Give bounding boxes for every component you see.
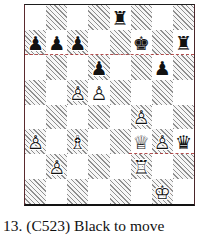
square-e8: ♜ xyxy=(110,5,131,30)
square-a8 xyxy=(25,5,46,30)
square-f1 xyxy=(131,179,152,204)
diagram-caption: 13. (C523) Black to move xyxy=(3,217,201,235)
square-c3: ♗ xyxy=(67,129,88,154)
square-d2 xyxy=(88,154,109,179)
square-d4 xyxy=(88,105,109,130)
square-c6 xyxy=(67,55,88,80)
square-b3 xyxy=(46,129,67,154)
square-f7: ♚ xyxy=(131,30,152,55)
square-h6 xyxy=(173,55,194,80)
square-a6 xyxy=(25,55,46,80)
square-a7: ♟ xyxy=(25,30,46,55)
square-h7: ♜ xyxy=(173,30,194,55)
square-d7 xyxy=(88,30,109,55)
square-f8 xyxy=(131,5,152,30)
square-d5: ♙ xyxy=(88,80,109,105)
square-b7: ♟ xyxy=(46,30,67,55)
square-f4: ♙ xyxy=(131,105,152,130)
piece-white-pawn-g3: ♙ xyxy=(154,131,171,152)
square-c1 xyxy=(67,179,88,204)
piece-white-pawn-a3: ♙ xyxy=(27,131,44,152)
square-f5 xyxy=(131,80,152,105)
square-g2 xyxy=(152,154,173,179)
piece-black-pawn-c7: ♟ xyxy=(69,32,86,53)
square-c8 xyxy=(67,5,88,30)
square-e4 xyxy=(110,105,131,130)
square-h8 xyxy=(173,5,194,30)
square-f3: ♕ xyxy=(131,129,152,154)
square-e2 xyxy=(110,154,131,179)
square-f6 xyxy=(131,55,152,80)
square-g6: ♟ xyxy=(152,55,173,80)
piece-white-bishop-c3: ♗ xyxy=(69,131,86,152)
square-h3: ♛ xyxy=(173,129,194,154)
piece-black-queen-h3: ♛ xyxy=(175,131,192,152)
square-h4 xyxy=(173,105,194,130)
square-d6: ♟ xyxy=(88,55,109,80)
piece-black-pawn-g6: ♟ xyxy=(154,57,171,78)
piece-white-rook-f2: ♖ xyxy=(133,156,150,177)
square-d1 xyxy=(88,179,109,204)
square-f2: ♖ xyxy=(131,154,152,179)
piece-white-pawn-d5: ♙ xyxy=(90,82,107,103)
square-e6 xyxy=(110,55,131,80)
piece-white-king-g1: ♔ xyxy=(154,181,171,202)
square-e1 xyxy=(110,179,131,204)
chess-board: ♜♟♟♟♚♜♟♟♙♙♙♙♗♕♙♛♙♖♔ xyxy=(25,5,194,204)
piece-white-queen-f3: ♕ xyxy=(133,131,150,152)
piece-white-pawn-b2: ♙ xyxy=(48,156,65,177)
piece-black-rook-h7: ♜ xyxy=(175,32,192,53)
piece-black-pawn-d6: ♟ xyxy=(90,57,107,78)
square-d8 xyxy=(88,5,109,30)
square-g4 xyxy=(152,105,173,130)
square-h1 xyxy=(173,179,194,204)
square-g7 xyxy=(152,30,173,55)
square-e5 xyxy=(110,80,131,105)
square-d3 xyxy=(88,129,109,154)
square-c2 xyxy=(67,154,88,179)
piece-white-pawn-f4: ♙ xyxy=(133,106,150,127)
square-a1 xyxy=(25,179,46,204)
piece-white-pawn-c5: ♙ xyxy=(69,82,86,103)
square-g1: ♔ xyxy=(152,179,173,204)
square-b5 xyxy=(46,80,67,105)
square-e3 xyxy=(110,129,131,154)
square-g3: ♙ xyxy=(152,129,173,154)
square-c5: ♙ xyxy=(67,80,88,105)
square-g8 xyxy=(152,5,173,30)
square-a5 xyxy=(25,80,46,105)
piece-black-pawn-a7: ♟ xyxy=(27,32,44,53)
square-h2 xyxy=(173,154,194,179)
square-h5 xyxy=(173,80,194,105)
square-b1 xyxy=(46,179,67,204)
piece-black-king-f7: ♚ xyxy=(133,32,150,53)
square-a3: ♙ xyxy=(25,129,46,154)
square-b6 xyxy=(46,55,67,80)
square-c4 xyxy=(67,105,88,130)
square-a2 xyxy=(25,154,46,179)
square-b4 xyxy=(46,105,67,130)
piece-black-pawn-b7: ♟ xyxy=(48,32,65,53)
square-c7: ♟ xyxy=(67,30,88,55)
square-b8 xyxy=(46,5,67,30)
square-a4 xyxy=(25,105,46,130)
square-e7 xyxy=(110,30,131,55)
square-b2: ♙ xyxy=(46,154,67,179)
square-g5 xyxy=(152,80,173,105)
chess-board-frame: ♜♟♟♟♚♜♟♟♙♙♙♙♗♕♙♛♙♖♔ xyxy=(24,4,195,206)
piece-black-rook-e8: ♜ xyxy=(112,7,129,28)
